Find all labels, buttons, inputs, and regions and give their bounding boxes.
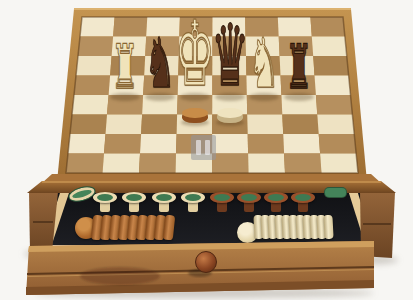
piece-shadow <box>110 93 140 101</box>
board-checker-cream <box>217 108 243 125</box>
checker-top <box>182 108 208 119</box>
piece-shadow <box>249 93 279 101</box>
checker-top <box>217 108 243 119</box>
photo-stage: ♜♞♚♛♞♜ <box>0 0 413 300</box>
white-king: ♚ <box>175 8 215 98</box>
piece-shadow <box>180 93 210 101</box>
piece-shadow <box>215 93 245 101</box>
white-knight: ♞ <box>249 28 280 98</box>
white-rook: ♜ <box>112 37 139 98</box>
piece-shadow <box>145 93 175 101</box>
board-checker-brown <box>182 108 208 125</box>
black-knight: ♞ <box>145 28 176 98</box>
black-rook: ♜ <box>286 37 313 98</box>
piece-shadow <box>284 93 314 101</box>
photo-watermark <box>191 135 216 160</box>
black-queen: ♛ <box>211 13 249 98</box>
